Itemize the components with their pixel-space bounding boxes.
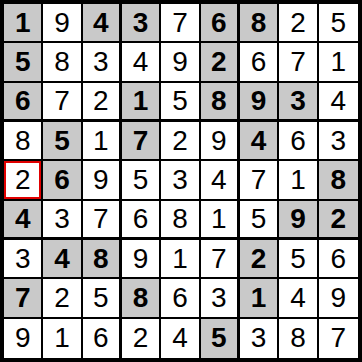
cell-r7c3[interactable]: 8: [83, 240, 122, 279]
cell-r1c1[interactable]: 1: [4, 4, 43, 43]
cell-r2c9[interactable]: 1: [319, 43, 358, 82]
cell-r2c2[interactable]: 8: [43, 43, 82, 82]
sudoku-board: 1943768255834926716721589348517294632695…: [0, 0, 362, 362]
cell-r6c1[interactable]: 4: [4, 201, 43, 240]
cell-r9c5[interactable]: 4: [161, 319, 200, 358]
cell-r7c7[interactable]: 2: [240, 240, 279, 279]
cell-r7c9[interactable]: 6: [319, 240, 358, 279]
cell-r8c6[interactable]: 3: [201, 279, 240, 318]
cell-r4c4[interactable]: 7: [122, 122, 161, 161]
cell-r5c2[interactable]: 6: [43, 161, 82, 200]
cell-r3c4[interactable]: 1: [122, 83, 161, 122]
cell-r6c5[interactable]: 8: [161, 201, 200, 240]
cell-r8c7[interactable]: 1: [240, 279, 279, 318]
cell-r3c8[interactable]: 3: [279, 83, 318, 122]
cell-r8c9[interactable]: 9: [319, 279, 358, 318]
cell-r7c8[interactable]: 5: [279, 240, 318, 279]
cell-r7c5[interactable]: 1: [161, 240, 200, 279]
cell-r5c4[interactable]: 5: [122, 161, 161, 200]
cell-r2c3[interactable]: 3: [83, 43, 122, 82]
cell-r1c9[interactable]: 5: [319, 4, 358, 43]
cell-r8c2[interactable]: 2: [43, 279, 82, 318]
cell-r2c5[interactable]: 9: [161, 43, 200, 82]
cell-r8c5[interactable]: 6: [161, 279, 200, 318]
cell-r5c6[interactable]: 4: [201, 161, 240, 200]
cell-r5c8[interactable]: 1: [279, 161, 318, 200]
cell-r3c2[interactable]: 7: [43, 83, 82, 122]
cell-r5c1[interactable]: 2: [4, 161, 43, 200]
cell-r7c4[interactable]: 9: [122, 240, 161, 279]
cell-r1c5[interactable]: 7: [161, 4, 200, 43]
cell-r1c3[interactable]: 4: [83, 4, 122, 43]
cell-r3c9[interactable]: 4: [319, 83, 358, 122]
cell-r5c9[interactable]: 8: [319, 161, 358, 200]
cell-r8c4[interactable]: 8: [122, 279, 161, 318]
cell-r4c3[interactable]: 1: [83, 122, 122, 161]
cell-r4c5[interactable]: 2: [161, 122, 200, 161]
cell-r9c8[interactable]: 8: [279, 319, 318, 358]
cell-r4c7[interactable]: 4: [240, 122, 279, 161]
cell-r9c2[interactable]: 1: [43, 319, 82, 358]
cell-r3c6[interactable]: 8: [201, 83, 240, 122]
cell-r9c7[interactable]: 3: [240, 319, 279, 358]
cell-r8c3[interactable]: 5: [83, 279, 122, 318]
cell-r6c2[interactable]: 3: [43, 201, 82, 240]
cell-r5c5[interactable]: 3: [161, 161, 200, 200]
cell-r6c8[interactable]: 9: [279, 201, 318, 240]
cell-r1c2[interactable]: 9: [43, 4, 82, 43]
cell-r9c1[interactable]: 9: [4, 319, 43, 358]
cell-r8c1[interactable]: 7: [4, 279, 43, 318]
cell-r6c6[interactable]: 1: [201, 201, 240, 240]
cell-r9c3[interactable]: 6: [83, 319, 122, 358]
cell-r9c4[interactable]: 2: [122, 319, 161, 358]
cell-r6c3[interactable]: 7: [83, 201, 122, 240]
cell-r1c8[interactable]: 2: [279, 4, 318, 43]
cell-r3c7[interactable]: 9: [240, 83, 279, 122]
cell-r3c5[interactable]: 5: [161, 83, 200, 122]
cell-r6c9[interactable]: 2: [319, 201, 358, 240]
cell-r2c4[interactable]: 4: [122, 43, 161, 82]
cell-r4c8[interactable]: 6: [279, 122, 318, 161]
cell-r4c6[interactable]: 9: [201, 122, 240, 161]
cell-r5c3[interactable]: 9: [83, 161, 122, 200]
cell-r3c1[interactable]: 6: [4, 83, 43, 122]
cell-r3c3[interactable]: 2: [83, 83, 122, 122]
cell-r7c6[interactable]: 7: [201, 240, 240, 279]
cell-r6c4[interactable]: 6: [122, 201, 161, 240]
cell-r1c6[interactable]: 6: [201, 4, 240, 43]
cell-r5c7[interactable]: 7: [240, 161, 279, 200]
cell-r1c7[interactable]: 8: [240, 4, 279, 43]
cell-r4c1[interactable]: 8: [4, 122, 43, 161]
cell-r8c8[interactable]: 4: [279, 279, 318, 318]
cell-r2c6[interactable]: 2: [201, 43, 240, 82]
cell-r9c9[interactable]: 7: [319, 319, 358, 358]
cell-r2c1[interactable]: 5: [4, 43, 43, 82]
cell-r7c2[interactable]: 4: [43, 240, 82, 279]
cell-r4c2[interactable]: 5: [43, 122, 82, 161]
cell-r7c1[interactable]: 3: [4, 240, 43, 279]
cell-r4c9[interactable]: 3: [319, 122, 358, 161]
cell-r6c7[interactable]: 5: [240, 201, 279, 240]
cell-r9c6[interactable]: 5: [201, 319, 240, 358]
cell-r1c4[interactable]: 3: [122, 4, 161, 43]
cell-r2c7[interactable]: 6: [240, 43, 279, 82]
cell-r2c8[interactable]: 7: [279, 43, 318, 82]
